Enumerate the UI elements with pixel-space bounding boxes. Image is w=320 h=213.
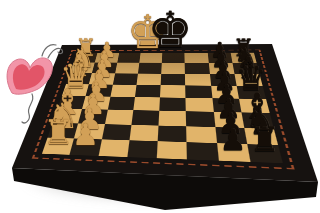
- square-c3: [112, 73, 137, 85]
- square-c7: [209, 74, 236, 86]
- square-h3: [98, 139, 129, 157]
- square-c4: [136, 73, 161, 85]
- square-e2: [82, 96, 110, 109]
- square-h6: [187, 142, 219, 161]
- square-g8: [244, 128, 278, 145]
- square-b7: [208, 63, 234, 74]
- square-d5: [160, 85, 186, 98]
- square-d7: [211, 86, 239, 99]
- square-c6: [185, 74, 211, 86]
- square-a6: [185, 53, 209, 63]
- square-f4: [131, 110, 159, 125]
- square-d2: [86, 84, 113, 96]
- square-g6: [186, 126, 216, 143]
- square-a7: [207, 53, 232, 63]
- square-d3: [110, 85, 136, 98]
- square-c1: [66, 73, 92, 84]
- square-h2: [70, 138, 102, 156]
- square-b3: [115, 63, 139, 74]
- square-d8: [236, 86, 266, 99]
- square-h8: [247, 144, 283, 163]
- square-c2: [89, 73, 115, 84]
- square-b1: [70, 63, 95, 73]
- butterfly-illustration: [2, 42, 64, 126]
- square-h4: [127, 140, 158, 158]
- square-a2: [95, 53, 119, 63]
- square-d4: [135, 85, 161, 98]
- square-f6: [186, 111, 215, 126]
- square-c8: [234, 74, 262, 86]
- square-f2: [78, 109, 107, 124]
- square-f5: [159, 111, 187, 126]
- square-g3: [101, 124, 131, 140]
- square-a1: [73, 53, 97, 63]
- square-a3: [117, 53, 141, 63]
- square-f3: [105, 110, 134, 125]
- square-f7: [213, 112, 244, 128]
- square-b4: [138, 63, 162, 74]
- square-d6: [185, 85, 212, 98]
- square-b5: [161, 63, 185, 74]
- chess-set-product-photo: ♜♞♝♛♝♞♜♟♟♟♟♟♟♟♟♜♞♝♛♝♞♜♟♟♟♟♟♟♟♟♚♚: [0, 0, 320, 213]
- square-a5: [162, 53, 185, 63]
- square-e3: [107, 97, 134, 111]
- square-e7: [212, 98, 241, 112]
- square-e4: [133, 97, 160, 111]
- playing-area: [42, 53, 283, 164]
- square-e6: [186, 98, 214, 112]
- square-b2: [92, 63, 117, 74]
- square-h5: [157, 141, 187, 159]
- square-g7: [215, 127, 247, 144]
- square-g2: [74, 123, 104, 139]
- square-e5: [159, 97, 186, 111]
- square-a4: [139, 53, 162, 63]
- square-b8: [232, 63, 259, 74]
- square-f8: [241, 113, 273, 129]
- square-e8: [239, 99, 270, 113]
- square-b6: [185, 63, 210, 74]
- square-h7: [217, 143, 251, 162]
- square-d1: [62, 84, 89, 96]
- square-c5: [161, 74, 186, 86]
- square-g5: [158, 125, 187, 142]
- square-g4: [129, 125, 158, 141]
- square-a8: [230, 53, 256, 63]
